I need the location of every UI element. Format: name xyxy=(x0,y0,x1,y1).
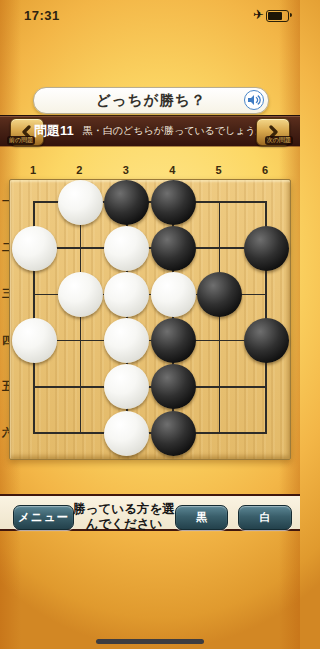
stone-black xyxy=(151,180,196,225)
stone-white xyxy=(104,272,149,317)
nav-text: 問題11 黒・白のどちらが勝っているでしょうか xyxy=(46,116,254,146)
problem-question: 黒・白のどちらが勝っているでしょうか xyxy=(83,124,266,138)
menu-button[interactable]: メニュー xyxy=(13,505,74,530)
status-time: 17:31 xyxy=(24,8,60,23)
stone-white xyxy=(104,318,149,363)
column-label: 3 xyxy=(114,164,138,176)
prev-problem-label: 前の問題 xyxy=(7,136,35,145)
stone-white xyxy=(58,272,103,317)
instruction-line2: んでください xyxy=(68,517,180,532)
airplane-mode-icon: ✈ xyxy=(253,7,264,22)
stone-black xyxy=(244,318,289,363)
stone-white xyxy=(104,411,149,456)
go-board xyxy=(9,179,291,460)
speaker-icon xyxy=(248,94,261,106)
bottom-bar: メニュー 勝っている方を選 んでください 黒 白 xyxy=(0,494,300,531)
next-problem-label: 次の問題 xyxy=(265,136,293,145)
stone-white xyxy=(151,272,196,317)
stone-black xyxy=(151,226,196,271)
answer-black-button[interactable]: 黒 xyxy=(175,505,228,530)
stone-black xyxy=(151,411,196,456)
stone-black xyxy=(151,364,196,409)
instruction-text: 勝っている方を選 んでください xyxy=(68,502,180,531)
stone-white xyxy=(104,226,149,271)
stone-black xyxy=(104,180,149,225)
column-label: 5 xyxy=(207,164,231,176)
title-bar: どっちが勝ち？ xyxy=(33,87,269,114)
stone-white xyxy=(12,318,57,363)
stone-white xyxy=(104,364,149,409)
problem-nav-bar: 前の問題 問題11 黒・白のどちらが勝っているでしょうか 次の問題 xyxy=(0,115,300,146)
stone-white xyxy=(58,180,103,225)
stone-black xyxy=(151,318,196,363)
speaker-button[interactable] xyxy=(244,90,264,110)
column-label: 1 xyxy=(21,164,45,176)
problem-number: 問題11 xyxy=(34,122,74,140)
stone-white xyxy=(12,226,57,271)
grid-line xyxy=(219,201,221,434)
column-label: 6 xyxy=(253,164,277,176)
instruction-line1: 勝っている方を選 xyxy=(68,502,180,517)
page-title: どっちが勝ち？ xyxy=(96,91,206,110)
answer-white-button[interactable]: 白 xyxy=(238,505,292,530)
column-label: 2 xyxy=(67,164,91,176)
grid-line xyxy=(80,201,82,434)
battery-icon xyxy=(266,10,289,22)
column-label: 4 xyxy=(160,164,184,176)
stone-black xyxy=(197,272,242,317)
home-indicator[interactable] xyxy=(96,639,204,644)
stone-black xyxy=(244,226,289,271)
